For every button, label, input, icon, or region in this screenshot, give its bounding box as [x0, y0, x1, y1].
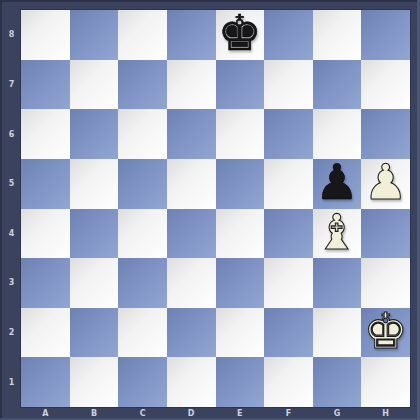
rank-label-7: 7 — [0, 60, 21, 110]
square-h7[interactable] — [361, 60, 410, 110]
rank-label-8: 8 — [0, 10, 21, 60]
square-c3[interactable] — [118, 258, 167, 308]
white-pawn: ♟ — [364, 158, 408, 207]
rank-labels: 87654321 — [0, 10, 21, 407]
square-h5[interactable]: ♟ — [361, 159, 410, 209]
square-a8[interactable] — [21, 10, 70, 60]
file-label-g: G — [313, 407, 362, 420]
square-b2[interactable] — [70, 308, 119, 358]
square-d6[interactable] — [167, 109, 216, 159]
square-g8[interactable] — [313, 10, 362, 60]
square-e2[interactable] — [216, 308, 265, 358]
square-d7[interactable] — [167, 60, 216, 110]
square-h4[interactable] — [361, 209, 410, 259]
rank-label-6: 6 — [0, 109, 21, 159]
square-d5[interactable] — [167, 159, 216, 209]
rank-label-5: 5 — [0, 159, 21, 209]
square-b6[interactable] — [70, 109, 119, 159]
square-f8[interactable] — [264, 10, 313, 60]
square-c8[interactable] — [118, 10, 167, 60]
square-c1[interactable] — [118, 357, 167, 407]
rank-label-2: 2 — [0, 308, 21, 358]
square-a1[interactable] — [21, 357, 70, 407]
square-d4[interactable] — [167, 209, 216, 259]
square-e1[interactable] — [216, 357, 265, 407]
square-f5[interactable] — [264, 159, 313, 209]
square-b4[interactable] — [70, 209, 119, 259]
square-f2[interactable] — [264, 308, 313, 358]
square-b7[interactable] — [70, 60, 119, 110]
square-g1[interactable] — [313, 357, 362, 407]
square-e7[interactable] — [216, 60, 265, 110]
square-g6[interactable] — [313, 109, 362, 159]
square-f4[interactable] — [264, 209, 313, 259]
rank-label-4: 4 — [0, 209, 21, 259]
square-f1[interactable] — [264, 357, 313, 407]
square-f7[interactable] — [264, 60, 313, 110]
chess-board-frame: 87654321 ♚♟♟♝♚ ABCDEFGH — [0, 0, 420, 420]
square-a6[interactable] — [21, 109, 70, 159]
white-bishop: ♝ — [315, 208, 359, 257]
square-h6[interactable] — [361, 109, 410, 159]
square-d1[interactable] — [167, 357, 216, 407]
square-g7[interactable] — [313, 60, 362, 110]
white-king: ♚ — [364, 307, 408, 356]
square-e3[interactable] — [216, 258, 265, 308]
rank-label-3: 3 — [0, 258, 21, 308]
square-b5[interactable] — [70, 159, 119, 209]
square-d8[interactable] — [167, 10, 216, 60]
square-b1[interactable] — [70, 357, 119, 407]
square-e6[interactable] — [216, 109, 265, 159]
square-h3[interactable] — [361, 258, 410, 308]
file-label-b: B — [70, 407, 119, 420]
square-d2[interactable] — [167, 308, 216, 358]
square-h1[interactable] — [361, 357, 410, 407]
square-c5[interactable] — [118, 159, 167, 209]
rank-label-1: 1 — [0, 357, 21, 407]
square-b3[interactable] — [70, 258, 119, 308]
file-label-f: F — [264, 407, 313, 420]
file-label-h: H — [361, 407, 410, 420]
file-label-d: D — [167, 407, 216, 420]
square-a5[interactable] — [21, 159, 70, 209]
square-d3[interactable] — [167, 258, 216, 308]
square-g2[interactable] — [313, 308, 362, 358]
square-a3[interactable] — [21, 258, 70, 308]
square-h8[interactable] — [361, 10, 410, 60]
square-b8[interactable] — [70, 10, 119, 60]
square-f3[interactable] — [264, 258, 313, 308]
square-g5[interactable]: ♟ — [313, 159, 362, 209]
square-f6[interactable] — [264, 109, 313, 159]
square-e8[interactable]: ♚ — [216, 10, 265, 60]
square-e4[interactable] — [216, 209, 265, 259]
square-a2[interactable] — [21, 308, 70, 358]
square-g4[interactable]: ♝ — [313, 209, 362, 259]
square-c4[interactable] — [118, 209, 167, 259]
file-label-a: A — [21, 407, 70, 420]
square-g3[interactable] — [313, 258, 362, 308]
square-h2[interactable]: ♚ — [361, 308, 410, 358]
black-pawn: ♟ — [315, 158, 359, 207]
square-a7[interactable] — [21, 60, 70, 110]
black-king: ♚ — [218, 9, 262, 58]
file-label-c: C — [118, 407, 167, 420]
square-c2[interactable] — [118, 308, 167, 358]
square-c7[interactable] — [118, 60, 167, 110]
square-c6[interactable] — [118, 109, 167, 159]
square-a4[interactable] — [21, 209, 70, 259]
file-label-e: E — [216, 407, 265, 420]
chess-board: ♚♟♟♝♚ — [21, 10, 410, 407]
file-labels: ABCDEFGH — [21, 407, 410, 420]
square-e5[interactable] — [216, 159, 265, 209]
